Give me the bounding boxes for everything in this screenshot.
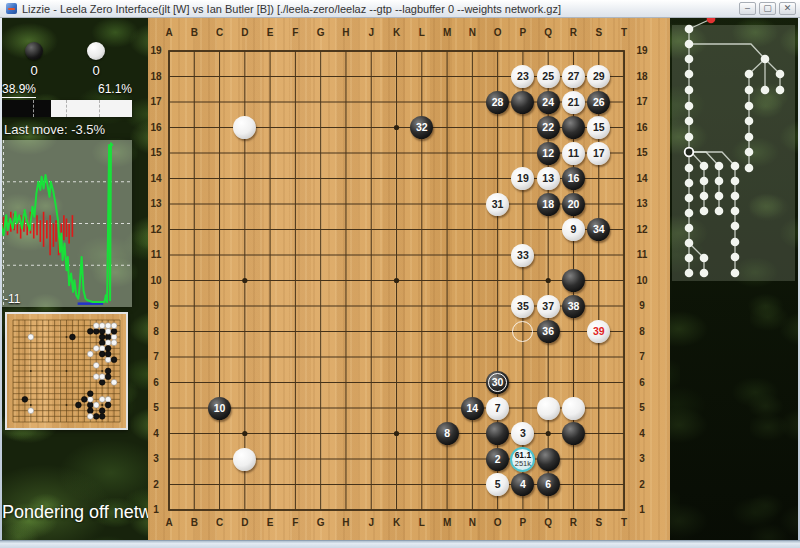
move-number: 11 [568,148,579,159]
col-label-bottom: N [463,517,481,528]
col-label-bottom: P [514,517,532,528]
white-stone-R18: 27 [562,65,585,88]
tree-node[interactable] [731,162,740,171]
move-number: 18 [542,199,554,210]
tree-node[interactable] [761,86,770,95]
move-number: 8 [444,428,450,439]
black-stone-Q3 [537,448,560,471]
tree-node[interactable] [700,177,709,186]
col-label-top: A [160,27,178,38]
white-stone-S15: 17 [587,142,610,165]
white-stone-O2: 5 [486,473,509,496]
tree-node[interactable] [715,177,724,186]
main-content: 0 0 38.9% 61.1% Last move: -3.5% -11 Pon… [0,18,800,540]
move-number: 6 [545,479,551,490]
winrate-bar-divider [33,100,34,117]
row-label-right: 9 [633,300,651,311]
black-capture-stone-icon [25,42,43,60]
black-stone-Q17: 24 [537,91,560,114]
row-label-right: 15 [633,147,651,158]
black-stone-O3: 2 [486,448,509,471]
row-label-left: 4 [147,428,165,439]
black-stone-R9: 38 [562,295,585,318]
move-number: 23 [517,71,529,82]
move-number: 31 [492,199,504,210]
row-label-left: 15 [147,147,165,158]
last-move-delta: Last move: -3.5% [4,122,105,137]
row-label-right: 16 [633,122,651,133]
tree-node[interactable] [731,269,740,278]
col-label-top: J [362,27,380,38]
black-stone-R13: 20 [562,193,585,216]
col-label-bottom: G [312,517,330,528]
best-move-suggestion[interactable]: 61.1251k [510,447,535,472]
black-stone-O4 [486,422,509,445]
black-stone-M4: 8 [436,422,459,445]
row-label-left: 7 [147,351,165,362]
col-label-bottom: R [564,517,582,528]
col-label-bottom: J [362,517,380,528]
window-border-bottom [0,540,800,548]
black-stone-R16 [562,116,585,139]
black-stone-Q8: 36 [537,320,560,343]
white-stone-O5: 7 [486,397,509,420]
col-label-top: B [185,27,203,38]
col-label-top: T [615,27,633,38]
white-stone-R17: 21 [562,91,585,114]
white-capture-count: 0 [76,63,116,78]
move-number: 4 [520,479,526,490]
go-board[interactable]: AABBCCDDEEFFGGHHJJKKLLMMNNOOPPQQRRSSTT19… [148,18,670,540]
col-label-top: K [388,27,406,38]
tree-node[interactable] [745,133,754,142]
row-label-right: 8 [633,326,651,337]
tree-node[interactable] [685,55,694,64]
suggestion-visits: 251k [515,460,531,468]
col-label-bottom: O [489,517,507,528]
col-label-top: G [312,27,330,38]
tree-node[interactable] [700,254,709,263]
col-label-bottom: C [211,517,229,528]
white-stone-D3 [233,448,256,471]
col-label-top: D [236,27,254,38]
tree-node[interactable] [731,177,740,186]
window-border-left [0,18,2,548]
black-stone-N5: 14 [461,397,484,420]
row-label-left: 12 [147,224,165,235]
row-label-right: 2 [633,479,651,490]
move-number: 15 [593,122,605,133]
col-label-bottom: E [261,517,279,528]
move-number: 29 [593,71,605,82]
row-label-left: 9 [147,300,165,311]
thumbnail-board[interactable] [5,312,128,430]
row-label-right: 13 [633,198,651,209]
col-label-top: F [286,27,304,38]
row-label-right: 7 [633,351,651,362]
winrate-bar [0,100,132,117]
tree-node[interactable] [715,192,724,201]
move-number: 14 [467,403,479,414]
move-number: 33 [517,250,529,261]
title-bar: Lizzie - Leela Zero Interface(jlt [W] vs… [0,0,800,18]
row-label-right: 19 [633,45,651,56]
tree-node[interactable] [685,117,694,126]
variation-tree-panel[interactable] [670,18,798,540]
black-stone-C5: 10 [208,397,231,420]
thumbnail-board-plot [7,314,126,428]
tree-node[interactable] [745,102,754,111]
col-label-bottom: M [438,517,456,528]
row-label-right: 14 [633,173,651,184]
minimize-button[interactable]: – [739,2,756,15]
tree-node[interactable] [745,86,754,95]
tree-node[interactable] [731,192,740,201]
col-label-bottom: D [236,517,254,528]
move-number: 32 [416,122,428,133]
white-stone-P9: 35 [511,295,534,318]
white-stone-Q18: 25 [537,65,560,88]
col-label-top: R [564,27,582,38]
move-number: 7 [495,403,501,414]
black-stone-Q16: 22 [537,116,560,139]
white-stone-O13: 31 [486,193,509,216]
winrate-bar-divider [99,100,100,117]
col-label-bottom: S [590,517,608,528]
tree-node[interactable] [715,207,724,216]
black-stone-P17 [511,91,534,114]
col-label-top: O [489,27,507,38]
black-stone-R4 [562,422,585,445]
tree-node[interactable] [731,253,740,262]
move-number: 26 [593,97,605,108]
tree-node[interactable] [700,207,709,216]
col-label-top: S [590,27,608,38]
row-label-right: 11 [633,249,651,260]
row-label-right: 5 [633,402,651,413]
move-number: 28 [492,97,504,108]
tree-node[interactable] [745,148,754,157]
winrate-graph[interactable]: -11 [1,140,132,307]
tree-node[interactable] [685,209,694,218]
tree-node[interactable] [685,102,694,111]
col-label-top: M [438,27,456,38]
move-number: 10 [214,403,226,414]
tree-node[interactable] [685,164,694,173]
white-stone-Q5 [537,397,560,420]
move-number: 24 [542,97,554,108]
col-label-bottom: F [286,517,304,528]
move-number: 22 [542,122,554,133]
move-number: 17 [593,148,605,159]
analysis-panel: 0 0 38.9% 61.1% Last move: -3.5% -11 Pon… [0,18,148,540]
white-stone-R12: 9 [562,218,585,241]
score-estimate: -11 [4,292,20,306]
move-number: 20 [568,199,580,210]
tree-node[interactable] [685,179,694,188]
row-label-left: 10 [147,275,165,286]
row-label-left: 3 [147,453,165,464]
black-stone-O17: 28 [486,91,509,114]
tree-node[interactable] [715,162,724,171]
white-capture-stone-icon [87,42,105,60]
variation-tree [670,18,798,540]
move-number: 2 [495,454,501,465]
row-label-right: 10 [633,275,651,286]
window-title: Lizzie - Leela Zero Interface(jlt [W] vs… [22,3,736,15]
row-label-left: 2 [147,479,165,490]
white-stone-P11: 33 [511,244,534,267]
tree-node[interactable] [685,269,694,278]
white-stone-Q14: 13 [537,167,560,190]
col-label-bottom: Q [539,517,557,528]
tree-node[interactable] [731,207,740,216]
winrate-labels: 38.9% 61.1% [2,82,132,98]
pondering-status: Pondering off netw [2,502,148,523]
black-stone-O6: 30 [486,371,509,394]
maximize-button[interactable]: ▢ [759,2,776,15]
col-label-bottom: T [615,517,633,528]
col-label-top: L [413,27,431,38]
tree-node[interactable] [700,162,709,171]
row-label-left: 5 [147,402,165,413]
tree-node[interactable] [776,86,785,95]
row-label-left: 19 [147,45,165,56]
move-number: 37 [542,301,554,312]
row-label-left: 1 [147,504,165,515]
tree-node[interactable] [745,70,754,79]
black-capture-count: 0 [14,63,54,78]
tree-node[interactable] [685,70,694,79]
tree-node[interactable] [731,238,740,247]
move-number: 13 [542,173,554,184]
move-number: 27 [568,71,580,82]
move-number: 21 [568,97,580,108]
col-label-top: Q [539,27,557,38]
row-label-left: 8 [147,326,165,337]
winrate-bar-divider [66,100,67,117]
tree-node[interactable] [685,254,694,263]
tree-node[interactable] [776,70,785,79]
move-number: 16 [568,173,580,184]
col-label-top: H [337,27,355,38]
black-stone-R10 [562,269,585,292]
tree-node-current[interactable] [707,18,716,23]
col-label-top: N [463,27,481,38]
move-number: 38 [568,301,580,312]
tree-node[interactable] [685,133,694,142]
row-label-right: 3 [633,453,651,464]
col-label-bottom: H [337,517,355,528]
move-number: 5 [495,479,501,490]
tree-node[interactable] [731,222,740,231]
tree-node[interactable] [685,224,694,233]
move-number: 9 [571,224,577,235]
row-label-right: 18 [633,71,651,82]
tree-node[interactable] [685,194,694,203]
row-label-right: 1 [633,504,651,515]
move-number: 12 [542,148,554,159]
close-button[interactable]: ✕ [779,2,796,15]
tree-node[interactable] [745,164,754,173]
tree-node[interactable] [745,117,754,126]
row-label-left: 14 [147,173,165,184]
move-number: 25 [542,71,554,82]
tree-node[interactable] [685,86,694,95]
row-label-left: 11 [147,249,165,260]
row-label-left: 18 [147,71,165,82]
tree-node[interactable] [685,40,694,49]
row-label-left: 16 [147,122,165,133]
move-number: 34 [593,224,605,235]
row-label-right: 12 [633,224,651,235]
winrate-bar-black-segment [0,100,51,117]
white-stone-R5 [562,397,585,420]
black-stone-Q2: 6 [537,473,560,496]
row-label-left: 13 [147,198,165,209]
app-icon [6,3,17,14]
tree-node[interactable] [700,269,709,278]
col-label-bottom: B [185,517,203,528]
tree-node[interactable] [700,192,709,201]
col-label-top: P [514,27,532,38]
black-stone-Q13: 18 [537,193,560,216]
move-number: 35 [517,301,529,312]
row-label-left: 6 [147,377,165,388]
col-label-bottom: A [160,517,178,528]
white-winrate: 61.1% [98,82,132,96]
tree-node[interactable] [685,25,694,34]
winrate-graph-plot [1,140,132,307]
col-label-bottom: L [413,517,431,528]
black-stone-R14: 16 [562,167,585,190]
branch-ring-marker [488,373,507,392]
move-number: 36 [542,326,554,337]
row-label-right: 6 [633,377,651,388]
row-label-right: 4 [633,428,651,439]
tree-node[interactable] [685,239,694,248]
move-number: 3 [520,428,526,439]
move-number: 19 [517,173,529,184]
lizzie-window: Lizzie - Leela Zero Interface(jlt [W] vs… [0,0,800,548]
row-label-left: 17 [147,96,165,107]
col-label-top: C [211,27,229,38]
move-number: 39 [593,326,605,337]
row-label-right: 17 [633,96,651,107]
tree-node-hollow[interactable] [685,148,694,157]
tree-node[interactable] [761,55,770,64]
col-label-bottom: K [388,517,406,528]
black-stone-Q15: 12 [537,142,560,165]
col-label-top: E [261,27,279,38]
white-stone-R15: 11 [562,142,585,165]
white-stone-Q9: 37 [537,295,560,318]
black-stone-S17: 26 [587,91,610,114]
black-winrate: 38.9% [2,82,36,98]
